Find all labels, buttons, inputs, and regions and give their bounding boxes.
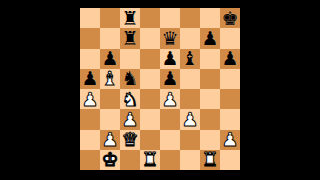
square-f1[interactable] xyxy=(180,150,200,170)
square-d1[interactable]: ♜ xyxy=(140,150,160,170)
square-h1[interactable] xyxy=(220,150,240,170)
black-bishop-f6: ♝ xyxy=(181,49,198,68)
square-a4[interactable]: ♟ xyxy=(80,89,100,109)
black-rook-c7: ♜ xyxy=(121,28,138,47)
square-c1[interactable] xyxy=(120,150,140,170)
square-d7[interactable] xyxy=(140,28,160,48)
square-h8[interactable]: ♚ xyxy=(220,8,240,28)
black-queen-e7: ♛ xyxy=(161,28,178,47)
square-c8[interactable]: ♜ xyxy=(120,8,140,28)
square-a5[interactable]: ♟ xyxy=(80,69,100,89)
square-b4[interactable] xyxy=(100,89,120,109)
square-b1[interactable]: ♚ xyxy=(100,150,120,170)
white-queen-c2: ♛ xyxy=(121,130,138,149)
square-g3[interactable] xyxy=(200,109,220,129)
square-f7[interactable] xyxy=(180,28,200,48)
black-pawn-h6: ♟ xyxy=(221,49,238,68)
square-c3[interactable]: ♟ xyxy=(120,109,140,129)
square-a3[interactable] xyxy=(80,109,100,129)
square-a2[interactable] xyxy=(80,130,100,150)
black-king-h8: ♚ xyxy=(221,8,238,27)
square-c2[interactable]: ♛ xyxy=(120,130,140,150)
black-pawn-e5: ♟ xyxy=(161,69,178,88)
video-frame: { "game": "chess", "position": "2r4k/2r1… xyxy=(0,0,320,180)
square-g5[interactable] xyxy=(200,69,220,89)
square-f2[interactable] xyxy=(180,130,200,150)
square-b8[interactable] xyxy=(100,8,120,28)
square-f3[interactable]: ♟ xyxy=(180,109,200,129)
square-c5[interactable]: ♞ xyxy=(120,69,140,89)
square-f6[interactable]: ♝ xyxy=(180,49,200,69)
square-g1[interactable]: ♜ xyxy=(200,150,220,170)
square-e1[interactable] xyxy=(160,150,180,170)
square-a8[interactable] xyxy=(80,8,100,28)
square-h4[interactable] xyxy=(220,89,240,109)
square-f8[interactable] xyxy=(180,8,200,28)
square-b2[interactable]: ♟ xyxy=(100,130,120,150)
square-f4[interactable] xyxy=(180,89,200,109)
white-king-b1: ♚ xyxy=(101,150,118,169)
white-rook-g1: ♜ xyxy=(201,150,218,169)
white-knight-c4: ♞ xyxy=(121,89,138,108)
square-g2[interactable] xyxy=(200,130,220,150)
black-pawn-b6: ♟ xyxy=(101,49,118,68)
square-b5[interactable]: ♝ xyxy=(100,69,120,89)
black-pawn-e6: ♟ xyxy=(161,49,178,68)
chess-board: ♜♚♜♛♟♟♟♝♟♟♝♞♟♟♞♟♟♟♟♛♟♚♜♜ xyxy=(80,8,240,170)
white-pawn-b2: ♟ xyxy=(101,130,118,149)
square-b6[interactable]: ♟ xyxy=(100,49,120,69)
black-rook-c8: ♜ xyxy=(121,8,138,27)
white-pawn-c3: ♟ xyxy=(121,109,138,128)
square-d3[interactable] xyxy=(140,109,160,129)
square-h2[interactable]: ♟ xyxy=(220,130,240,150)
white-rook-d1: ♜ xyxy=(141,150,158,169)
square-h7[interactable] xyxy=(220,28,240,48)
square-a1[interactable] xyxy=(80,150,100,170)
square-b3[interactable] xyxy=(100,109,120,129)
square-g6[interactable] xyxy=(200,49,220,69)
square-a7[interactable] xyxy=(80,28,100,48)
square-h6[interactable]: ♟ xyxy=(220,49,240,69)
white-pawn-f3: ♟ xyxy=(181,109,198,128)
square-g7[interactable]: ♟ xyxy=(200,28,220,48)
square-g8[interactable] xyxy=(200,8,220,28)
square-e5[interactable]: ♟ xyxy=(160,69,180,89)
white-pawn-a4: ♟ xyxy=(81,89,98,108)
square-e6[interactable]: ♟ xyxy=(160,49,180,69)
black-pawn-g7: ♟ xyxy=(201,28,218,47)
square-c7[interactable]: ♜ xyxy=(120,28,140,48)
square-d5[interactable] xyxy=(140,69,160,89)
square-h5[interactable] xyxy=(220,69,240,89)
white-pawn-h2: ♟ xyxy=(221,130,238,149)
square-e7[interactable]: ♛ xyxy=(160,28,180,48)
white-pawn-e4: ♟ xyxy=(161,89,178,108)
white-bishop-b5: ♝ xyxy=(101,69,118,88)
square-d2[interactable] xyxy=(140,130,160,150)
square-d8[interactable] xyxy=(140,8,160,28)
square-f5[interactable] xyxy=(180,69,200,89)
square-e3[interactable] xyxy=(160,109,180,129)
square-c6[interactable] xyxy=(120,49,140,69)
square-g4[interactable] xyxy=(200,89,220,109)
black-pawn-a5: ♟ xyxy=(81,69,98,88)
square-b7[interactable] xyxy=(100,28,120,48)
black-knight-c5: ♞ xyxy=(121,69,138,88)
square-c4[interactable]: ♞ xyxy=(120,89,140,109)
square-d4[interactable] xyxy=(140,89,160,109)
square-d6[interactable] xyxy=(140,49,160,69)
square-e4[interactable]: ♟ xyxy=(160,89,180,109)
square-a6[interactable] xyxy=(80,49,100,69)
square-h3[interactable] xyxy=(220,109,240,129)
square-e8[interactable] xyxy=(160,8,180,28)
square-e2[interactable] xyxy=(160,130,180,150)
